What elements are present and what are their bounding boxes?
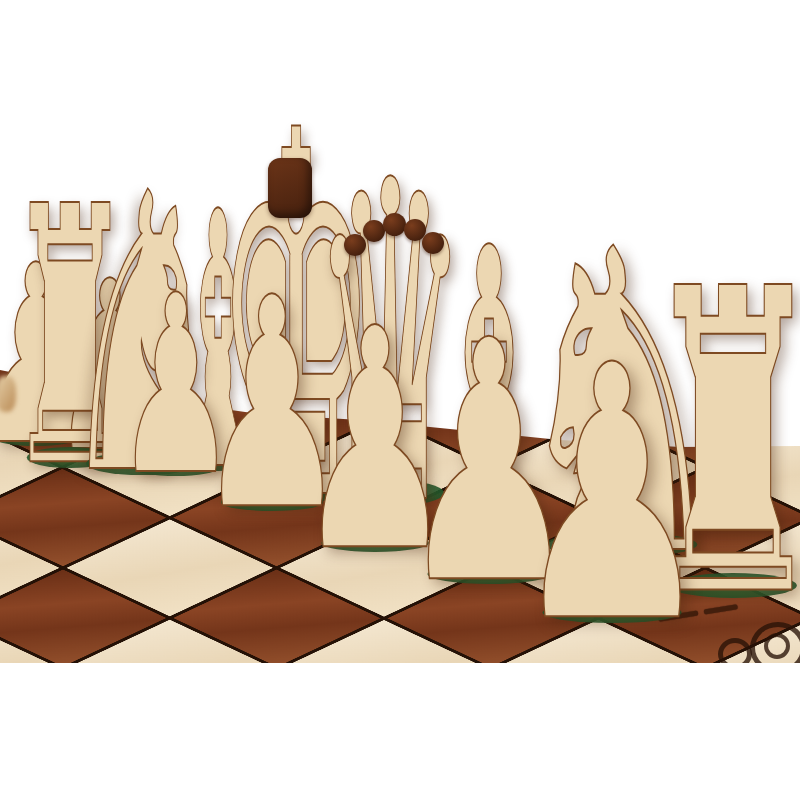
partial-piece-fragment — [0, 376, 16, 412]
king-dark-finial — [268, 158, 312, 218]
queen-crown-ball — [383, 213, 406, 236]
queen-crown-ball — [363, 220, 385, 242]
chess-set-photo: { "game": "chess", "scene_title": "Woode… — [0, 0, 800, 800]
piece-pawn-7[interactable]: ♟ — [510, 320, 714, 670]
photo-background-bottom — [0, 663, 800, 800]
